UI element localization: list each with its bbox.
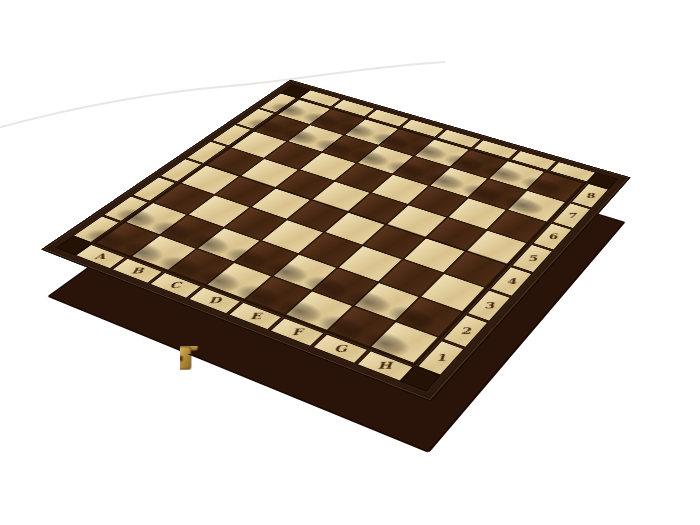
square-h5[interactable] [467, 231, 526, 264]
rank-label-cell-4: 4 [490, 266, 533, 296]
file-label: F [292, 327, 303, 337]
square-h6[interactable] [488, 210, 546, 242]
file-label-cell-c: C [149, 272, 201, 298]
rank-label: 2 [460, 326, 471, 336]
rank-label-cell-3: 3 [467, 290, 512, 322]
latch-lock [172, 346, 191, 370]
rank-label: 7 [566, 212, 577, 220]
rank-label-cell-6: 6 [532, 223, 572, 250]
file-label: D [208, 295, 222, 305]
product-photo-stage: ABCDEFGH 87654321 ♜♞♝♚♛♝♞♜♟♟♟♟♟♟♟♟♟♟♟♟♟♟… [0, 0, 700, 525]
file-label: H [378, 360, 393, 371]
file-label-cell-g: G [312, 334, 368, 364]
chess-scene: ABCDEFGH 87654321 ♜♞♝♚♛♝♞♜♟♟♟♟♟♟♟♟♟♟♟♟♟♟… [0, 0, 700, 525]
frame-corner [400, 366, 441, 392]
latch-keyhole [179, 356, 182, 361]
file-label: B [130, 266, 144, 275]
frame-corner [55, 236, 92, 256]
file-label-cell-d: D [188, 287, 241, 314]
rank-label: 1 [435, 352, 447, 363]
rank-label: 8 [585, 192, 596, 200]
file-label: G [334, 343, 347, 354]
white-knight-glyph: ♞ [339, 240, 383, 335]
rank-label-cell-1: 1 [417, 340, 465, 375]
chess-board-3d: ABCDEFGH 87654321 ♜♞♝♚♛♝♞♜♟♟♟♟♟♟♟♟♟♟♟♟♟♟… [40, 79, 631, 402]
white-rook-glyph: ♜ [104, 162, 143, 247]
rank-label: 6 [547, 232, 558, 240]
white-bishop-glyph: ♝ [295, 220, 342, 320]
white-knight-glyph: ♞ [140, 172, 181, 260]
file-label-cell-b: B [112, 258, 163, 284]
file-label: E [249, 311, 261, 321]
file-label: C [169, 281, 182, 290]
rank-label: 4 [506, 277, 517, 286]
square-h4[interactable] [445, 252, 506, 287]
file-label-cell-a: A [75, 244, 126, 269]
file-label-cell-h: H [356, 350, 413, 381]
file-label-cell-f: F [270, 318, 325, 347]
white-rook-glyph: ♜ [384, 258, 428, 352]
file-label: A [94, 252, 107, 261]
rank-label: 5 [527, 254, 538, 263]
rank-label: 3 [483, 301, 494, 311]
latch-plate [163, 340, 197, 351]
file-label-cell-e: E [228, 302, 282, 330]
rank-label-cell-5: 5 [511, 244, 553, 273]
rank-label-cell-2: 2 [442, 314, 488, 347]
